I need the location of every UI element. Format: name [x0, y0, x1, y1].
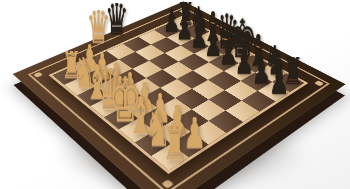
chess-set-product-photo: ♜♟♟♜♞♟♟♞♝♟♟♝♛♟♟♛♚♟♟♚♝♟♟♝♞♟♟♞♜♟♟♜ ♛ ♛	[0, 0, 350, 189]
inlay-corner-dot	[314, 80, 324, 86]
inlay-corner-dot	[161, 179, 174, 188]
